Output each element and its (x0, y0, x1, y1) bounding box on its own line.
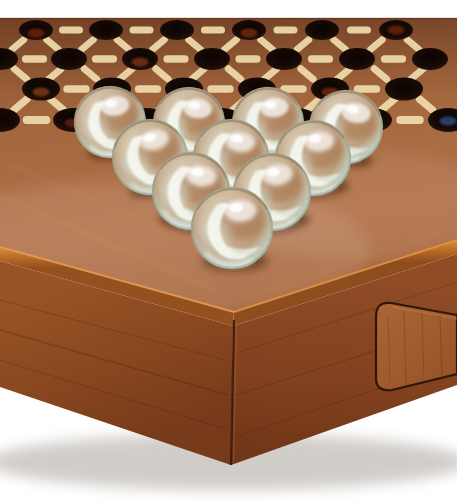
board-hole[interactable] (385, 78, 423, 101)
inlay-dash (274, 27, 298, 34)
inlay-dash (135, 85, 161, 93)
inlay-dash (235, 55, 260, 62)
board-hole[interactable] (194, 48, 230, 70)
board-hole[interactable] (160, 20, 194, 40)
inlay-dash (308, 55, 333, 62)
inlay-dash (130, 27, 154, 34)
board-hole[interactable] (51, 48, 87, 70)
board-hole[interactable] (412, 48, 448, 70)
board-hole[interactable] (89, 20, 123, 40)
inlay-dash (163, 55, 188, 62)
inlay-dash (347, 27, 371, 34)
inlay-dash (207, 85, 233, 93)
hole-glint (28, 29, 45, 38)
hole-glint (33, 88, 50, 97)
chinese-checkers-scene (0, 0, 457, 500)
hole-glint (241, 29, 258, 38)
inlay-dash (92, 55, 117, 62)
inlay-dash (381, 55, 406, 62)
inlay-dash (22, 55, 47, 62)
inlay-dash (201, 27, 225, 34)
marble[interactable] (191, 187, 273, 271)
inlay-dash (23, 116, 51, 124)
board-hole[interactable] (305, 20, 339, 40)
inlay-dash (63, 85, 89, 93)
inlay-dash (396, 116, 424, 124)
drawer (376, 303, 457, 390)
board-hole[interactable] (266, 48, 302, 70)
board-photo (0, 0, 457, 500)
hole-glint (388, 26, 405, 35)
hole-glint (132, 58, 149, 67)
inlay-dash (59, 27, 83, 34)
board-hole[interactable] (339, 48, 375, 70)
hole-glint (440, 117, 457, 126)
